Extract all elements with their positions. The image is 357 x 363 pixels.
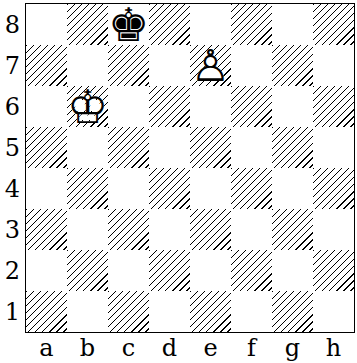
square-a1 xyxy=(26,291,67,332)
square-h7 xyxy=(313,45,354,86)
black-king-icon: ♚ xyxy=(108,4,149,45)
square-g8 xyxy=(272,4,313,45)
file-label-g: g xyxy=(272,333,313,363)
square-f2 xyxy=(231,250,272,291)
chess-diagram: 87654321 ♚♟♙♚♔ abcdefgh xyxy=(0,0,357,363)
square-b4 xyxy=(67,168,108,209)
piece-white-king-b6: ♚♔ xyxy=(67,86,108,127)
rank-label-4: 4 xyxy=(0,168,25,209)
square-c3 xyxy=(108,209,149,250)
square-f6 xyxy=(231,86,272,127)
square-a8 xyxy=(26,4,67,45)
rank-label-5: 5 xyxy=(0,127,25,168)
piece-white-pawn-e7: ♟♙ xyxy=(190,45,231,86)
file-label-f: f xyxy=(231,333,272,363)
square-e6 xyxy=(190,86,231,127)
square-e7: ♟♙ xyxy=(190,45,231,86)
square-c2 xyxy=(108,250,149,291)
square-e1 xyxy=(190,291,231,332)
square-d7 xyxy=(149,45,190,86)
square-d1 xyxy=(149,291,190,332)
square-d2 xyxy=(149,250,190,291)
square-g3 xyxy=(272,209,313,250)
square-d6 xyxy=(149,86,190,127)
square-a7 xyxy=(26,45,67,86)
square-e2 xyxy=(190,250,231,291)
square-f7 xyxy=(231,45,272,86)
square-c5 xyxy=(108,127,149,168)
chess-board: ♚♟♙♚♔ xyxy=(25,3,355,333)
square-g6 xyxy=(272,86,313,127)
file-label-h: h xyxy=(313,333,354,363)
square-f1 xyxy=(231,291,272,332)
square-e5 xyxy=(190,127,231,168)
square-g7 xyxy=(272,45,313,86)
square-c7 xyxy=(108,45,149,86)
square-b6: ♚♔ xyxy=(67,86,108,127)
square-h5 xyxy=(313,127,354,168)
square-b1 xyxy=(67,291,108,332)
square-b8 xyxy=(67,4,108,45)
square-f4 xyxy=(231,168,272,209)
square-b3 xyxy=(67,209,108,250)
file-labels: abcdefgh xyxy=(26,333,354,363)
rank-label-3: 3 xyxy=(0,209,25,250)
white-pawn-icon: ♙ xyxy=(190,45,231,86)
square-d8 xyxy=(149,4,190,45)
file-label-a: a xyxy=(26,333,67,363)
square-h8 xyxy=(313,4,354,45)
square-f8 xyxy=(231,4,272,45)
square-c6 xyxy=(108,86,149,127)
square-g1 xyxy=(272,291,313,332)
square-d4 xyxy=(149,168,190,209)
rank-label-1: 1 xyxy=(0,291,25,332)
white-king-icon: ♔ xyxy=(67,86,108,127)
square-b2 xyxy=(67,250,108,291)
file-label-e: e xyxy=(190,333,231,363)
square-h4 xyxy=(313,168,354,209)
file-label-c: c xyxy=(108,333,149,363)
file-label-b: b xyxy=(67,333,108,363)
square-a4 xyxy=(26,168,67,209)
square-e8 xyxy=(190,4,231,45)
rank-label-7: 7 xyxy=(0,45,25,86)
square-h3 xyxy=(313,209,354,250)
square-f3 xyxy=(231,209,272,250)
square-c8: ♚ xyxy=(108,4,149,45)
square-a2 xyxy=(26,250,67,291)
square-c1 xyxy=(108,291,149,332)
rank-labels: 87654321 xyxy=(0,4,25,332)
file-label-d: d xyxy=(149,333,190,363)
square-h6 xyxy=(313,86,354,127)
white-pawn-fill-glyph: ♟ xyxy=(190,45,231,86)
square-f5 xyxy=(231,127,272,168)
square-g5 xyxy=(272,127,313,168)
square-b7 xyxy=(67,45,108,86)
square-h2 xyxy=(313,250,354,291)
white-king-fill-glyph: ♚ xyxy=(67,86,108,127)
square-a6 xyxy=(26,86,67,127)
square-g4 xyxy=(272,168,313,209)
square-g2 xyxy=(272,250,313,291)
square-c4 xyxy=(108,168,149,209)
square-d3 xyxy=(149,209,190,250)
square-b5 xyxy=(67,127,108,168)
rank-label-8: 8 xyxy=(0,4,25,45)
square-h1 xyxy=(313,291,354,332)
square-a3 xyxy=(26,209,67,250)
rank-label-6: 6 xyxy=(0,86,25,127)
square-d5 xyxy=(149,127,190,168)
square-a5 xyxy=(26,127,67,168)
square-e4 xyxy=(190,168,231,209)
rank-label-2: 2 xyxy=(0,250,25,291)
piece-black-king-c8: ♚ xyxy=(108,4,149,45)
square-e3 xyxy=(190,209,231,250)
